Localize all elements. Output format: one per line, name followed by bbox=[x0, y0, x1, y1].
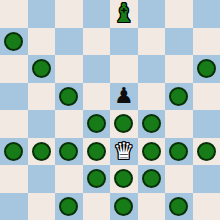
square-f2[interactable] bbox=[138, 165, 166, 193]
square-a7[interactable] bbox=[0, 28, 28, 56]
square-c6[interactable] bbox=[55, 55, 83, 83]
square-f4[interactable] bbox=[138, 110, 166, 138]
square-a5[interactable] bbox=[0, 83, 28, 111]
move-dot[interactable] bbox=[114, 114, 133, 133]
square-d8[interactable] bbox=[83, 0, 111, 28]
move-dot[interactable] bbox=[59, 87, 78, 106]
move-dot[interactable] bbox=[169, 142, 188, 161]
square-h8[interactable] bbox=[193, 0, 221, 28]
move-dot[interactable] bbox=[142, 169, 161, 188]
square-d4[interactable] bbox=[83, 110, 111, 138]
move-dot[interactable] bbox=[32, 142, 51, 161]
square-g1[interactable] bbox=[165, 193, 193, 221]
square-g6[interactable] bbox=[165, 55, 193, 83]
black-pawn[interactable]: ♟ bbox=[114, 85, 134, 107]
square-h2[interactable] bbox=[193, 165, 221, 193]
move-dot[interactable] bbox=[169, 87, 188, 106]
square-e6[interactable] bbox=[110, 55, 138, 83]
square-a3[interactable] bbox=[0, 138, 28, 166]
square-c8[interactable] bbox=[55, 0, 83, 28]
move-dot[interactable] bbox=[114, 169, 133, 188]
square-e4[interactable] bbox=[110, 110, 138, 138]
chess-board: ♝♟♛ bbox=[0, 0, 220, 220]
square-c1[interactable] bbox=[55, 193, 83, 221]
move-dot[interactable] bbox=[114, 197, 133, 216]
white-queen[interactable]: ♛ bbox=[113, 140, 134, 163]
square-a6[interactable] bbox=[0, 55, 28, 83]
square-c7[interactable] bbox=[55, 28, 83, 56]
square-b2[interactable] bbox=[28, 165, 56, 193]
square-h4[interactable] bbox=[193, 110, 221, 138]
square-h5[interactable] bbox=[193, 83, 221, 111]
move-dot[interactable] bbox=[87, 169, 106, 188]
black-bishop[interactable]: ♝ bbox=[112, 0, 135, 26]
square-b6[interactable] bbox=[28, 55, 56, 83]
square-f3[interactable] bbox=[138, 138, 166, 166]
square-f5[interactable] bbox=[138, 83, 166, 111]
square-d1[interactable] bbox=[83, 193, 111, 221]
square-g8[interactable] bbox=[165, 0, 193, 28]
square-b5[interactable] bbox=[28, 83, 56, 111]
square-d5[interactable] bbox=[83, 83, 111, 111]
square-b3[interactable] bbox=[28, 138, 56, 166]
square-e5[interactable]: ♟ bbox=[110, 83, 138, 111]
square-h3[interactable] bbox=[193, 138, 221, 166]
move-dot[interactable] bbox=[87, 114, 106, 133]
square-f1[interactable] bbox=[138, 193, 166, 221]
move-dot[interactable] bbox=[4, 32, 23, 51]
square-f8[interactable] bbox=[138, 0, 166, 28]
square-b8[interactable] bbox=[28, 0, 56, 28]
square-b7[interactable] bbox=[28, 28, 56, 56]
move-dot[interactable] bbox=[169, 197, 188, 216]
square-g5[interactable] bbox=[165, 83, 193, 111]
square-c5[interactable] bbox=[55, 83, 83, 111]
move-dot[interactable] bbox=[142, 142, 161, 161]
square-a4[interactable] bbox=[0, 110, 28, 138]
move-dot[interactable] bbox=[59, 197, 78, 216]
move-dot[interactable] bbox=[197, 142, 216, 161]
square-g3[interactable] bbox=[165, 138, 193, 166]
move-dot[interactable] bbox=[32, 59, 51, 78]
square-e2[interactable] bbox=[110, 165, 138, 193]
square-g4[interactable] bbox=[165, 110, 193, 138]
square-d3[interactable] bbox=[83, 138, 111, 166]
move-dot[interactable] bbox=[142, 114, 161, 133]
move-dot[interactable] bbox=[87, 142, 106, 161]
move-dot[interactable] bbox=[4, 142, 23, 161]
square-a2[interactable] bbox=[0, 165, 28, 193]
square-e8[interactable]: ♝ bbox=[110, 0, 138, 28]
square-d2[interactable] bbox=[83, 165, 111, 193]
square-g2[interactable] bbox=[165, 165, 193, 193]
square-a1[interactable] bbox=[0, 193, 28, 221]
square-b4[interactable] bbox=[28, 110, 56, 138]
square-h1[interactable] bbox=[193, 193, 221, 221]
square-e3[interactable]: ♛ bbox=[110, 138, 138, 166]
square-c2[interactable] bbox=[55, 165, 83, 193]
square-h6[interactable] bbox=[193, 55, 221, 83]
square-e7[interactable] bbox=[110, 28, 138, 56]
square-f6[interactable] bbox=[138, 55, 166, 83]
square-a8[interactable] bbox=[0, 0, 28, 28]
square-b1[interactable] bbox=[28, 193, 56, 221]
square-e1[interactable] bbox=[110, 193, 138, 221]
square-h7[interactable] bbox=[193, 28, 221, 56]
square-c3[interactable] bbox=[55, 138, 83, 166]
square-f7[interactable] bbox=[138, 28, 166, 56]
square-d7[interactable] bbox=[83, 28, 111, 56]
square-d6[interactable] bbox=[83, 55, 111, 83]
move-dot[interactable] bbox=[197, 59, 216, 78]
move-dot[interactable] bbox=[59, 142, 78, 161]
square-g7[interactable] bbox=[165, 28, 193, 56]
square-c4[interactable] bbox=[55, 110, 83, 138]
